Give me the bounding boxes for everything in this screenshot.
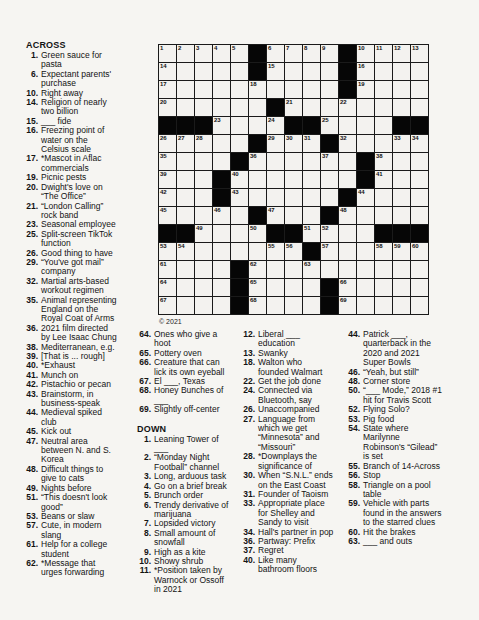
cell-number: 36 [250, 153, 257, 160]
cell-r8c3[interactable] [195, 171, 212, 188]
cell-r8c7[interactable] [267, 171, 284, 188]
across-clues-column: ACROSS 1.Green sauce for pasta6.Expectan… [26, 40, 117, 578]
cell-r10c5[interactable] [231, 207, 248, 224]
clue-number: 16. [26, 126, 38, 154]
cell-r7c7[interactable] [267, 153, 284, 170]
cell-r9c7[interactable] [267, 189, 284, 206]
cell-r1c15[interactable]: 13 [411, 45, 428, 62]
clue-number: 69. [137, 405, 151, 414]
cell-r2c7[interactable]: 15 [267, 63, 284, 80]
cell-number: 43 [232, 189, 239, 196]
down-heading: DOWN [137, 424, 232, 434]
cell-r2c1[interactable]: 14 [159, 63, 176, 80]
cell-r14c7[interactable] [267, 279, 284, 296]
across-clue-68: 68.Honey Bunches of ___ [137, 386, 232, 405]
cell-r13c7[interactable] [267, 261, 284, 278]
clue-text: *Message that urges forwarding [41, 559, 117, 578]
cell-r7c14[interactable] [393, 153, 410, 170]
clue-text: Patrick ___, quarterback in the 2020 and… [363, 330, 443, 368]
cell-r13c13[interactable] [375, 261, 392, 278]
cell-r5c7[interactable]: 24 [267, 117, 284, 134]
across-clue-14: 14.Religion of nearly two billion [26, 98, 117, 117]
cell-r5c12[interactable] [357, 117, 374, 134]
cell-r10c4[interactable]: 46 [213, 207, 230, 224]
black-cell-r5c2 [177, 117, 194, 134]
across-clue-35: 35.Animal representing England on the Ro… [26, 296, 117, 324]
cell-r7c10[interactable]: 37 [321, 153, 338, 170]
cell-r11c10[interactable]: 52 [321, 225, 338, 242]
cell-r7c15[interactable] [411, 153, 428, 170]
cell-r9c12[interactable]: 44 [357, 189, 374, 206]
black-cell-r1c6 [249, 45, 266, 62]
cell-r11c5[interactable] [231, 225, 248, 242]
cell-r3c14[interactable] [393, 81, 410, 98]
clue-number: 1. [26, 51, 38, 70]
cell-r14c11[interactable]: 66 [339, 279, 356, 296]
cell-r4c11[interactable]: 22 [339, 99, 356, 116]
cell-r5c13[interactable] [375, 117, 392, 134]
cell-r6c12[interactable] [357, 135, 374, 152]
cell-r7c4[interactable] [213, 153, 230, 170]
cell-r11c12[interactable] [357, 225, 374, 242]
cell-r6c2[interactable]: 27 [177, 135, 194, 152]
cell-r1c1[interactable]: 1 [159, 45, 176, 62]
black-cell-r14c5 [231, 279, 248, 296]
cell-number: 68 [250, 297, 257, 304]
clue-number: 63. [346, 537, 360, 546]
clue-number: 54. [346, 424, 360, 462]
cell-r1c8[interactable]: 7 [285, 45, 302, 62]
across-clue-16: 16.Freezing point of water on the Celsiu… [26, 126, 117, 154]
cell-number: 40 [232, 171, 239, 178]
clue-text: Language from which we get “Minnesota” a… [258, 415, 334, 453]
cell-r13c2[interactable] [177, 261, 194, 278]
black-cell-r7c12 [357, 153, 374, 170]
cell-number: 65 [250, 279, 257, 286]
black-cell-r14c10 [321, 279, 338, 296]
black-cell-r5c3 [195, 117, 212, 134]
cell-r1c3[interactable]: 3 [195, 45, 212, 62]
clue-number: 30. [241, 471, 255, 490]
cell-r15c14[interactable] [393, 297, 410, 314]
cell-number: 46 [214, 207, 221, 214]
cell-r6c5[interactable] [231, 135, 248, 152]
down-clue-2: 2.“Monday Night Football” channel [137, 453, 232, 472]
cell-r14c15[interactable] [411, 279, 428, 296]
clue-number: 17. [26, 154, 38, 173]
across-clue-51: 51.“This doesn't look good” [26, 493, 117, 512]
across-clue-36: 36.2021 film directed by Lee Isaac Chung [26, 324, 117, 343]
cell-r8c6[interactable] [249, 171, 266, 188]
clue-number: 50. [346, 386, 360, 405]
clue-text: Walton who founded Walmart [258, 358, 334, 377]
cell-r9c2[interactable] [177, 189, 194, 206]
clue-text: Trendy derivative of marijuana [154, 501, 232, 520]
cell-r13c8[interactable] [285, 261, 302, 278]
cell-number: 20 [160, 99, 167, 106]
cell-r11c3[interactable]: 49 [195, 225, 212, 242]
cell-r12c2[interactable]: 54 [177, 243, 194, 260]
cell-r3c3[interactable] [195, 81, 212, 98]
cell-r9c6[interactable] [249, 189, 266, 206]
cell-r8c10[interactable] [321, 171, 338, 188]
cell-number: 56 [286, 243, 293, 250]
clue-text: Creature that can lick its own eyeball [154, 358, 232, 377]
cell-r1c14[interactable]: 12 [393, 45, 410, 62]
cell-r14c9[interactable] [303, 279, 320, 296]
cell-r13c14[interactable] [393, 261, 410, 278]
cell-r1c12[interactable]: 10 [357, 45, 374, 62]
cell-r7c9[interactable] [303, 153, 320, 170]
cell-r15c1[interactable]: 67 [159, 297, 176, 314]
cell-r15c8[interactable] [285, 297, 302, 314]
cell-number: 7 [286, 45, 289, 52]
cell-r2c9[interactable] [303, 63, 320, 80]
cell-r2c5[interactable] [231, 63, 248, 80]
cell-r12c12[interactable] [357, 243, 374, 260]
cell-r9c3[interactable] [195, 189, 212, 206]
cell-r12c4[interactable] [213, 243, 230, 260]
clue-number: 58. [346, 481, 360, 500]
cell-r10c14[interactable] [393, 207, 410, 224]
cell-r1c7[interactable]: 6 [267, 45, 284, 62]
cell-r14c3[interactable] [195, 279, 212, 296]
cell-r9c9[interactable] [303, 189, 320, 206]
cell-r3c13[interactable] [375, 81, 392, 98]
cell-r12c13[interactable]: 58 [375, 243, 392, 260]
cell-r14c13[interactable] [375, 279, 392, 296]
cell-r10c15[interactable] [411, 207, 428, 224]
clue-text: “___ Mode,” 2018 #1 hit for Travis Scott [363, 386, 443, 405]
cell-r1c5[interactable]: 5 [231, 45, 248, 62]
cell-r13c10[interactable] [321, 261, 338, 278]
cell-r4c8[interactable]: 21 [285, 99, 302, 116]
cell-number: 60 [412, 243, 419, 250]
cell-number: 31 [304, 135, 311, 142]
cell-number: 12 [394, 45, 401, 52]
cell-r8c11[interactable] [339, 171, 356, 188]
cell-r12c10[interactable]: 57 [321, 243, 338, 260]
cell-r12c8[interactable]: 56 [285, 243, 302, 260]
black-cell-r5c15 [411, 117, 428, 134]
cell-r4c5[interactable] [231, 99, 248, 116]
cell-r14c4[interactable] [213, 279, 230, 296]
cell-r15c13[interactable] [375, 297, 392, 314]
cell-r7c11[interactable] [339, 153, 356, 170]
cell-r14c8[interactable] [285, 279, 302, 296]
cell-r9c8[interactable] [285, 189, 302, 206]
clue-number: 27. [241, 415, 255, 453]
down-clue-18: 18.Walton who founded Walmart [241, 358, 334, 377]
clue-number: 43. [26, 390, 38, 409]
black-cell-r15c10 [321, 297, 338, 314]
cell-r6c14[interactable]: 33 [393, 135, 410, 152]
cell-r12c14[interactable]: 59 [393, 243, 410, 260]
cell-r10c12[interactable] [357, 207, 374, 224]
cell-r7c2[interactable] [177, 153, 194, 170]
cell-r10c1[interactable]: 45 [159, 207, 176, 224]
clue-text: Help for a college student [41, 540, 117, 559]
cell-r12c1[interactable]: 53 [159, 243, 176, 260]
cell-number: 47 [268, 207, 275, 214]
cell-number: 67 [160, 297, 167, 304]
cell-r3c5[interactable] [231, 81, 248, 98]
cell-r6c8[interactable]: 30 [285, 135, 302, 152]
cell-r14c1[interactable]: 64 [159, 279, 176, 296]
black-cell-r15c5 [231, 297, 248, 314]
cell-r11c9[interactable]: 51 [303, 225, 320, 242]
black-cell-r5c1 [159, 117, 176, 134]
cell-r4c10[interactable] [321, 99, 338, 116]
cell-r4c3[interactable] [195, 99, 212, 116]
cell-number: 55 [268, 243, 275, 250]
cell-r4c12[interactable] [357, 99, 374, 116]
across-clue-44: 44.Medieval spiked club [26, 408, 117, 427]
cell-r10c7[interactable]: 47 [267, 207, 284, 224]
cell-r3c9[interactable] [303, 81, 320, 98]
cell-number: 38 [376, 153, 383, 160]
cell-r2c4[interactable] [213, 63, 230, 80]
cell-r3c8[interactable] [285, 81, 302, 98]
clue-number: 47. [26, 437, 38, 465]
cell-r3c7[interactable] [267, 81, 284, 98]
cell-r3c1[interactable]: 17 [159, 81, 176, 98]
cell-number: 34 [412, 135, 419, 142]
cell-number: 30 [286, 135, 293, 142]
cell-r1c2[interactable]: 2 [177, 45, 194, 62]
clue-number: 11. [137, 566, 151, 594]
cell-r4c15[interactable] [411, 99, 428, 116]
cell-r13c15[interactable] [411, 261, 428, 278]
black-cell-r13c5 [231, 261, 248, 278]
cell-r9c13[interactable] [375, 189, 392, 206]
cell-r10c11[interactable]: 48 [339, 207, 356, 224]
cell-r2c10[interactable] [321, 63, 338, 80]
cell-r14c12[interactable] [357, 279, 374, 296]
cell-r4c13[interactable] [375, 99, 392, 116]
cell-r2c13[interactable] [375, 63, 392, 80]
down-clue-30: 30.When “S.N.L.” ends on the East Coast [241, 471, 334, 490]
cell-number: 42 [160, 189, 167, 196]
cell-r2c2[interactable] [177, 63, 194, 80]
cell-r9c10[interactable] [321, 189, 338, 206]
cell-r15c9[interactable] [303, 297, 320, 314]
cell-number: 64 [160, 279, 167, 286]
clue-number: 57. [26, 521, 38, 540]
cell-r6c9[interactable]: 31 [303, 135, 320, 152]
cell-r14c6[interactable]: 65 [249, 279, 266, 296]
clue-number: 51. [26, 493, 38, 512]
cell-r10c2[interactable] [177, 207, 194, 224]
cell-r1c9[interactable]: 8 [303, 45, 320, 62]
down-clue-list-continued-2: 44.Patrick ___, quarterback in the 2020 … [346, 330, 443, 546]
cell-r11c11[interactable] [339, 225, 356, 242]
clue-number: 44. [346, 330, 360, 368]
cell-r2c14[interactable] [393, 63, 410, 80]
cell-r2c3[interactable] [195, 63, 212, 80]
cell-r7c6[interactable]: 36 [249, 153, 266, 170]
cell-r2c12[interactable]: 16 [357, 63, 374, 80]
cell-r1c10[interactable]: 9 [321, 45, 338, 62]
cell-r2c15[interactable] [411, 63, 428, 80]
cell-r12c7[interactable]: 55 [267, 243, 284, 260]
cell-r13c6[interactable]: 62 [249, 261, 266, 278]
clue-text: Cute, in modern slang [41, 521, 117, 540]
cell-r13c9[interactable]: 63 [303, 261, 320, 278]
clue-number: 24. [241, 386, 255, 405]
cell-r12c15[interactable]: 60 [411, 243, 428, 260]
cell-r15c7[interactable] [267, 297, 284, 314]
cell-r5c11[interactable] [339, 117, 356, 134]
cell-number: 32 [340, 135, 347, 142]
cell-number: 23 [214, 117, 221, 124]
cell-r15c15[interactable] [411, 297, 428, 314]
cell-r6c13[interactable] [375, 135, 392, 152]
cell-r8c2[interactable] [177, 171, 194, 188]
cell-r12c3[interactable] [195, 243, 212, 260]
clue-text: Green sauce for pasta [41, 51, 117, 70]
cell-r10c3[interactable] [195, 207, 212, 224]
across-clue-61: 61.Help for a college student [26, 540, 117, 559]
cell-r15c6[interactable]: 68 [249, 297, 266, 314]
crossword-grid: 1234567891011121314151617181920212223242… [158, 44, 429, 315]
cell-r13c4[interactable] [213, 261, 230, 278]
cell-r9c5[interactable]: 43 [231, 189, 248, 206]
cell-r15c2[interactable] [177, 297, 194, 314]
cell-r14c2[interactable] [177, 279, 194, 296]
cell-r5c10[interactable]: 25 [321, 117, 338, 134]
cell-r12c5[interactable] [231, 243, 248, 260]
cell-r6c4[interactable] [213, 135, 230, 152]
cell-number: 44 [358, 189, 365, 196]
cell-number: 15 [268, 63, 275, 70]
cell-number: 10 [358, 45, 365, 52]
cell-r8c14[interactable] [393, 171, 410, 188]
cell-r4c14[interactable] [393, 99, 410, 116]
cell-r11c6[interactable]: 50 [249, 225, 266, 242]
cell-r8c1[interactable]: 39 [159, 171, 176, 188]
cell-r9c15[interactable] [411, 189, 428, 206]
cell-number: 53 [160, 243, 167, 250]
cell-r13c1[interactable]: 61 [159, 261, 176, 278]
cell-r13c12[interactable] [357, 261, 374, 278]
cell-r10c9[interactable] [303, 207, 320, 224]
cell-r15c4[interactable] [213, 297, 230, 314]
cell-r13c3[interactable] [195, 261, 212, 278]
black-cell-r2c11 [339, 63, 356, 80]
cell-r8c5[interactable]: 40 [231, 171, 248, 188]
clue-text: “You've got mail” company [41, 258, 117, 277]
cell-r12c11[interactable] [339, 243, 356, 260]
cell-r8c9[interactable] [303, 171, 320, 188]
cell-r7c8[interactable] [285, 153, 302, 170]
cell-r7c13[interactable]: 38 [375, 153, 392, 170]
cell-r6c11[interactable]: 32 [339, 135, 356, 152]
cell-r4c4[interactable] [213, 99, 230, 116]
cell-number: 28 [196, 135, 203, 142]
cell-r3c10[interactable] [321, 81, 338, 98]
cell-r11c4[interactable] [213, 225, 230, 242]
cell-number: 39 [160, 171, 167, 178]
clue-number: 32. [26, 277, 38, 296]
cell-r10c13[interactable] [375, 207, 392, 224]
cell-r9c14[interactable] [393, 189, 410, 206]
cell-number: 33 [394, 135, 401, 142]
cell-r5c6[interactable] [249, 117, 266, 134]
cell-number: 45 [160, 207, 167, 214]
cell-r12c6[interactable] [249, 243, 266, 260]
bottom-column-2: 12.Liberal ___ education13.Swanky18.Walt… [241, 330, 334, 575]
clue-text: Animal representing England on the Royal… [41, 296, 117, 324]
cell-r3c2[interactable] [177, 81, 194, 98]
cell-r15c12[interactable] [357, 297, 374, 314]
black-cell-r12c9 [303, 243, 320, 260]
down-clue-52: 52.Flying Solo? [346, 405, 443, 414]
clue-text: Split-screen TikTok function [41, 230, 117, 249]
cell-r13c11[interactable] [339, 261, 356, 278]
black-cell-r5c8 [285, 117, 302, 134]
cell-r8c8[interactable] [285, 171, 302, 188]
across-clue-66: 66.Creature that can lick its own eyebal… [137, 358, 232, 377]
cell-number: 48 [340, 207, 347, 214]
cell-number: 61 [160, 261, 167, 268]
cell-r3c12[interactable]: 19 [357, 81, 374, 98]
cell-r14c14[interactable] [393, 279, 410, 296]
clue-number: 48. [26, 465, 38, 484]
clue-number: 29. [26, 258, 38, 277]
cell-r6c15[interactable]: 34 [411, 135, 428, 152]
clue-text: Brainstorm, in business-speak [41, 390, 117, 409]
cell-r6c1[interactable]: 26 [159, 135, 176, 152]
cell-r4c9[interactable] [303, 99, 320, 116]
black-cell-r5c9 [303, 117, 320, 134]
cell-r3c4[interactable] [213, 81, 230, 98]
cell-r2c8[interactable] [285, 63, 302, 80]
cell-r15c11[interactable]: 69 [339, 297, 356, 314]
cell-r6c3[interactable]: 28 [195, 135, 212, 152]
clue-text: Medieval spiked club [41, 408, 117, 427]
cell-number: 25 [322, 117, 329, 124]
cell-r7c1[interactable]: 35 [159, 153, 176, 170]
cell-r1c4[interactable]: 4 [213, 45, 230, 62]
cell-r15c3[interactable] [195, 297, 212, 314]
cell-r8c15[interactable] [411, 171, 428, 188]
cell-r3c15[interactable] [411, 81, 428, 98]
cell-r5c5[interactable] [231, 117, 248, 134]
cell-r10c8[interactable] [285, 207, 302, 224]
clue-text: Martial arts-based workout regimen [41, 277, 117, 296]
clue-text: When “S.N.L.” ends on the East Coast [258, 471, 334, 490]
cell-r1c13[interactable]: 11 [375, 45, 392, 62]
cell-r7c3[interactable] [195, 153, 212, 170]
cell-r4c1[interactable]: 20 [159, 99, 176, 116]
cell-r4c6[interactable] [249, 99, 266, 116]
black-cell-r11c2 [177, 225, 194, 242]
cell-r9c1[interactable]: 42 [159, 189, 176, 206]
cell-number: 1 [160, 45, 163, 52]
clue-number: 59. [346, 499, 360, 527]
cell-r8c13[interactable]: 41 [375, 171, 392, 188]
clue-text: “This doesn't look good” [41, 493, 117, 512]
clue-text: Expectant parents' purchase [41, 70, 117, 89]
cell-r3c6[interactable]: 18 [249, 81, 266, 98]
cell-r4c2[interactable] [177, 99, 194, 116]
down-clue-55: 55.Branch of 14-Across [346, 462, 443, 471]
cell-r6c7[interactable]: 29 [267, 135, 284, 152]
across-clue-48: 48.Difficult things to give to cats [26, 465, 117, 484]
black-cell-r11c15 [411, 225, 428, 242]
cell-r5c4[interactable]: 23 [213, 117, 230, 134]
